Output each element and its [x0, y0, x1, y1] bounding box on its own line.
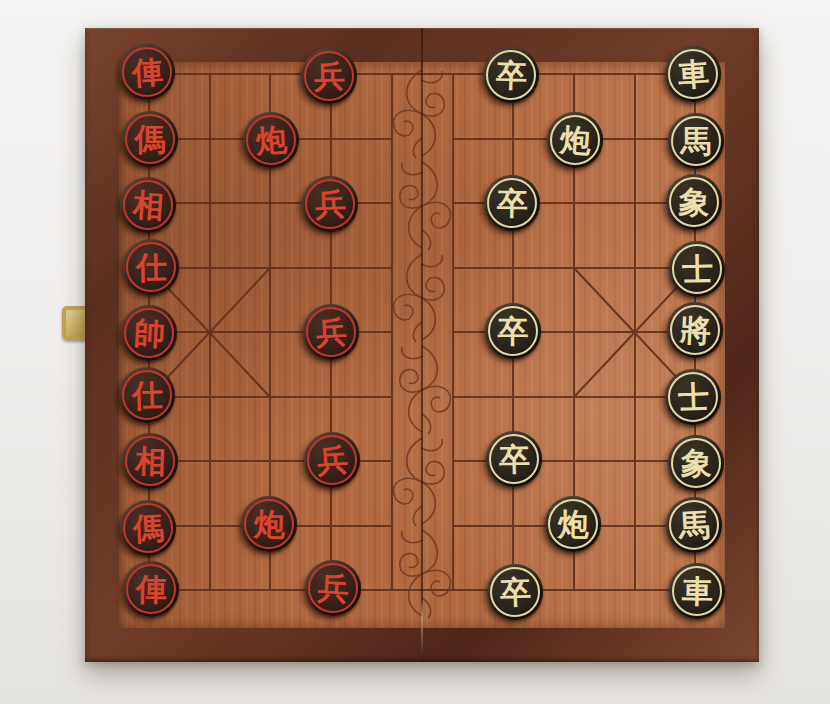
- piece-character: 炮: [254, 123, 287, 156]
- piece-character: 仕: [131, 379, 163, 411]
- piece-ring: 兵: [307, 435, 357, 485]
- piece-character: 馬: [678, 509, 711, 542]
- piece-ring: 仕: [122, 370, 172, 420]
- piece-red-cannon[interactable]: 炮: [241, 496, 297, 552]
- piece-character: 炮: [253, 508, 285, 540]
- piece-ring: 士: [668, 372, 718, 422]
- piece-black-general[interactable]: 將: [667, 302, 723, 358]
- piece-ring: 炮: [550, 115, 600, 165]
- pieces-layer: 俥傌相仕帥仕相傌俥炮炮兵兵兵兵兵車馬象士將士象馬車炮炮卒卒卒卒卒: [119, 62, 725, 628]
- piece-black-soldier[interactable]: 卒: [483, 47, 539, 103]
- piece-black-elephant[interactable]: 象: [666, 174, 722, 230]
- piece-character: 馬: [681, 126, 712, 157]
- piece-character: 相: [131, 188, 164, 221]
- xiangqi-board: 俥傌相仕帥仕相傌俥炮炮兵兵兵兵兵車馬象士將士象馬車炮炮卒卒卒卒卒: [85, 28, 759, 662]
- piece-character: 炮: [558, 123, 591, 156]
- piece-ring: 象: [671, 438, 721, 488]
- piece-character: 帥: [133, 317, 166, 350]
- piece-red-horse[interactable]: 傌: [122, 111, 178, 167]
- piece-red-elephant[interactable]: 相: [120, 177, 176, 233]
- piece-ring: 象: [669, 177, 719, 227]
- piece-red-soldier[interactable]: 兵: [305, 560, 361, 616]
- piece-ring: 炮: [244, 499, 294, 549]
- piece-ring: 兵: [306, 307, 356, 357]
- piece-ring: 士: [672, 244, 722, 294]
- piece-ring: 傌: [125, 114, 175, 164]
- photo-backdrop: 俥傌相仕帥仕相傌俥炮炮兵兵兵兵兵車馬象士將士象馬車炮炮卒卒卒卒卒: [0, 0, 830, 704]
- piece-ring: 兵: [304, 51, 354, 101]
- piece-ring: 兵: [308, 563, 358, 613]
- piece-character: 仕: [135, 251, 167, 283]
- piece-ring: 傌: [123, 503, 173, 553]
- piece-black-horse[interactable]: 馬: [666, 497, 722, 553]
- piece-ring: 仕: [126, 242, 176, 292]
- piece-black-soldier[interactable]: 卒: [487, 564, 543, 620]
- piece-character: 卒: [496, 187, 528, 219]
- piece-ring: 卒: [486, 50, 536, 100]
- piece-ring: 相: [125, 436, 175, 486]
- piece-red-advisor[interactable]: 仕: [123, 239, 179, 295]
- piece-character: 卒: [495, 59, 527, 91]
- piece-red-chariot[interactable]: 俥: [123, 561, 179, 617]
- piece-red-horse[interactable]: 傌: [120, 500, 176, 556]
- piece-ring: 卒: [490, 567, 540, 617]
- piece-character: 象: [680, 447, 712, 479]
- piece-red-soldier[interactable]: 兵: [301, 48, 357, 104]
- piece-ring: 車: [672, 566, 722, 616]
- piece-character: 卒: [498, 316, 529, 347]
- piece-black-chariot[interactable]: 車: [665, 46, 721, 102]
- piece-black-soldier[interactable]: 卒: [486, 431, 542, 487]
- piece-ring: 帥: [124, 308, 174, 358]
- piece-character: 炮: [557, 508, 589, 540]
- piece-ring: 卒: [487, 178, 537, 228]
- piece-black-cannon[interactable]: 炮: [545, 496, 601, 552]
- piece-ring: 卒: [489, 434, 539, 484]
- piece-ring: 將: [670, 305, 720, 355]
- piece-character: 兵: [315, 443, 348, 476]
- piece-character: 兵: [315, 316, 348, 349]
- piece-black-soldier[interactable]: 卒: [485, 303, 541, 359]
- piece-black-soldier[interactable]: 卒: [484, 175, 540, 231]
- piece-character: 象: [677, 185, 710, 218]
- piece-character: 相: [134, 445, 166, 477]
- piece-ring: 馬: [669, 500, 719, 550]
- piece-character: 卒: [498, 443, 530, 475]
- piece-black-cannon[interactable]: 炮: [547, 112, 603, 168]
- piece-ring: 炮: [246, 115, 296, 165]
- piece-black-elephant[interactable]: 象: [668, 435, 724, 491]
- piece-character: 傌: [135, 124, 166, 155]
- piece-red-soldier[interactable]: 兵: [304, 432, 360, 488]
- piece-character: 車: [681, 575, 713, 607]
- piece-ring: 馬: [671, 116, 721, 166]
- piece-ring: 俥: [126, 564, 176, 614]
- piece-character: 車: [676, 57, 709, 90]
- piece-character: 傌: [132, 512, 165, 545]
- piece-ring: 炮: [548, 499, 598, 549]
- piece-character: 兵: [314, 188, 346, 220]
- piece-red-general[interactable]: 帥: [121, 305, 177, 361]
- piece-red-advisor[interactable]: 仕: [119, 367, 175, 423]
- piece-character: 兵: [313, 60, 345, 92]
- piece-character: 俥: [130, 55, 163, 88]
- piece-black-advisor[interactable]: 士: [665, 369, 721, 425]
- piece-ring: 車: [668, 49, 718, 99]
- piece-red-soldier[interactable]: 兵: [302, 176, 358, 232]
- piece-red-elephant[interactable]: 相: [122, 433, 178, 489]
- piece-character: 俥: [135, 573, 167, 605]
- piece-black-advisor[interactable]: 士: [669, 241, 725, 297]
- piece-character: 士: [681, 253, 713, 285]
- piece-black-chariot[interactable]: 車: [669, 563, 725, 619]
- piece-ring: 卒: [488, 306, 538, 356]
- piece-red-cannon[interactable]: 炮: [243, 112, 299, 168]
- piece-character: 兵: [316, 571, 349, 604]
- piece-ring: 相: [123, 180, 173, 230]
- piece-character: 卒: [499, 576, 531, 608]
- piece-red-soldier[interactable]: 兵: [303, 304, 359, 360]
- piece-red-chariot[interactable]: 俥: [119, 44, 175, 100]
- piece-ring: 俥: [122, 47, 172, 97]
- piece-character: 將: [679, 314, 712, 347]
- piece-character: 士: [677, 381, 709, 413]
- piece-black-horse[interactable]: 馬: [668, 113, 724, 169]
- piece-ring: 兵: [305, 179, 355, 229]
